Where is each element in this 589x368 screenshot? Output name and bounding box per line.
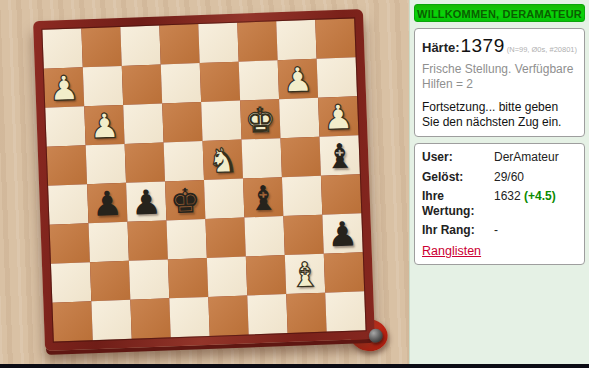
piece-black-king-d4[interactable]: ♚ bbox=[165, 180, 205, 220]
difficulty-label: Härte: bbox=[422, 40, 460, 55]
square-g8[interactable] bbox=[276, 20, 316, 60]
piece-white-pawn-b6[interactable]: ♟ bbox=[84, 105, 124, 145]
rating-delta: (+4.5) bbox=[524, 189, 556, 203]
square-d8[interactable] bbox=[159, 24, 199, 64]
piece-black-pawn-c4[interactable]: ♟ bbox=[126, 181, 166, 221]
user-value: DerAmateur bbox=[494, 150, 577, 164]
welcome-banner-text: WILLKOMMEN, DERAMATEUR bbox=[417, 8, 582, 20]
square-b8[interactable] bbox=[81, 27, 121, 67]
square-h6[interactable]: ♟ bbox=[318, 96, 358, 136]
square-g4[interactable] bbox=[282, 176, 322, 216]
square-g2[interactable]: ♝ bbox=[285, 254, 325, 294]
square-h5[interactable]: ♝ bbox=[319, 135, 359, 175]
square-f8[interactable] bbox=[237, 21, 277, 61]
square-h4[interactable] bbox=[321, 174, 361, 214]
solved-value: 29/60 bbox=[494, 170, 577, 184]
square-h2[interactable] bbox=[324, 252, 364, 292]
piece-black-bishop-h5[interactable]: ♝ bbox=[319, 135, 359, 175]
square-h3[interactable]: ♟ bbox=[322, 213, 362, 253]
rank-link-row: Ranglisten bbox=[422, 244, 577, 258]
square-d6[interactable] bbox=[162, 102, 202, 142]
app-background: ♟♟♟♚♟♞♝♟♟♚♝♟♝ WILLKOMMEN, DERAMATEUR Här… bbox=[0, 0, 589, 368]
square-e6[interactable] bbox=[201, 101, 241, 141]
square-f5[interactable] bbox=[242, 138, 282, 178]
square-g1[interactable] bbox=[286, 293, 326, 333]
ranglisten-link[interactable]: Ranglisten bbox=[422, 244, 481, 258]
square-a4[interactable] bbox=[48, 184, 88, 224]
square-b7[interactable] bbox=[83, 66, 123, 106]
piece-white-king-f6[interactable]: ♚ bbox=[240, 99, 280, 139]
user-stats-grid: User: DerAmateur Gelöst: 29/60 Ihre Wert… bbox=[422, 150, 577, 237]
square-d4[interactable]: ♚ bbox=[165, 180, 205, 220]
square-c1[interactable] bbox=[130, 298, 170, 338]
welcome-banner: WILLKOMMEN, DERAMATEUR bbox=[414, 4, 585, 22]
square-a2[interactable] bbox=[51, 262, 91, 302]
square-a8[interactable] bbox=[42, 28, 82, 68]
square-a6[interactable] bbox=[45, 106, 85, 146]
square-e4[interactable] bbox=[204, 179, 244, 219]
user-label: User: bbox=[422, 150, 492, 164]
piece-white-knight-e5[interactable]: ♞ bbox=[203, 140, 243, 180]
square-b6[interactable]: ♟ bbox=[84, 105, 124, 145]
square-b2[interactable] bbox=[90, 261, 130, 301]
square-b4[interactable]: ♟ bbox=[87, 183, 127, 223]
square-b5[interactable] bbox=[86, 144, 126, 184]
rating-value: 1632 (+4.5) bbox=[494, 189, 577, 218]
user-info-box: User: DerAmateur Gelöst: 29/60 Ihre Wert… bbox=[414, 143, 585, 265]
rating-label: Ihre Wertung: bbox=[422, 189, 492, 218]
square-c4[interactable]: ♟ bbox=[126, 181, 166, 221]
square-g6[interactable] bbox=[279, 98, 319, 138]
square-a3[interactable] bbox=[50, 223, 90, 263]
rank-label: Ihr Rang: bbox=[422, 223, 492, 237]
difficulty-value: 1379 bbox=[460, 35, 504, 57]
square-a1[interactable] bbox=[52, 301, 92, 341]
square-g3[interactable] bbox=[283, 215, 323, 255]
puzzle-status-text: Frische Stellung. Verfügbare Hilfen = 2 bbox=[422, 62, 577, 93]
square-f2[interactable] bbox=[246, 255, 286, 295]
square-a5[interactable] bbox=[47, 145, 87, 185]
piece-white-pawn-h6[interactable]: ♟ bbox=[318, 96, 358, 136]
piece-black-pawn-h3[interactable]: ♟ bbox=[322, 213, 362, 253]
square-h1[interactable] bbox=[325, 291, 365, 331]
square-g7[interactable]: ♟ bbox=[278, 59, 318, 99]
square-d5[interactable] bbox=[164, 141, 204, 181]
solved-label: Gelöst: bbox=[422, 170, 492, 184]
square-d3[interactable] bbox=[166, 219, 206, 259]
piece-white-bishop-g2[interactable]: ♝ bbox=[285, 254, 325, 294]
square-f3[interactable] bbox=[244, 216, 284, 256]
square-b1[interactable] bbox=[91, 300, 131, 340]
square-e3[interactable] bbox=[205, 218, 245, 258]
square-e7[interactable] bbox=[200, 62, 240, 102]
rating-number: 1632 bbox=[494, 189, 524, 203]
bottom-border bbox=[0, 364, 589, 368]
square-b3[interactable] bbox=[89, 222, 129, 262]
square-c3[interactable] bbox=[127, 220, 167, 260]
board-frame: ♟♟♟♚♟♞♝♟♟♚♝♟♝ bbox=[33, 9, 375, 351]
square-c5[interactable] bbox=[125, 142, 165, 182]
square-h8[interactable] bbox=[315, 18, 355, 58]
square-d7[interactable] bbox=[161, 63, 201, 103]
square-e5[interactable]: ♞ bbox=[203, 140, 243, 180]
square-f6[interactable]: ♚ bbox=[240, 99, 280, 139]
difficulty-row: Härte: 1379 (N=99, Ø0s, #20801) bbox=[422, 35, 577, 57]
chess-board-outer: ♟♟♟♚♟♞♝♟♟♚♝♟♝ bbox=[33, 9, 375, 351]
board: ♟♟♟♚♟♞♝♟♟♚♝♟♝ bbox=[42, 18, 365, 341]
square-f1[interactable] bbox=[247, 294, 287, 334]
square-e1[interactable] bbox=[208, 295, 248, 335]
square-d1[interactable] bbox=[169, 297, 209, 337]
piece-white-pawn-a7[interactable]: ♟ bbox=[44, 67, 84, 107]
square-f7[interactable] bbox=[239, 60, 279, 100]
square-h7[interactable] bbox=[317, 57, 357, 97]
square-g5[interactable] bbox=[281, 137, 321, 177]
square-c8[interactable] bbox=[120, 26, 160, 66]
square-e2[interactable] bbox=[207, 257, 247, 297]
puzzle-prompt-text: Fortsetzung... bitte geben Sie den nächs… bbox=[422, 100, 577, 131]
piece-white-pawn-g7[interactable]: ♟ bbox=[278, 59, 318, 99]
piece-black-bishop-f4[interactable]: ♝ bbox=[243, 177, 283, 217]
square-e8[interactable] bbox=[198, 23, 238, 63]
square-c2[interactable] bbox=[129, 259, 169, 299]
piece-black-pawn-b4[interactable]: ♟ bbox=[87, 183, 127, 223]
rank-value: - bbox=[494, 223, 577, 237]
square-c6[interactable] bbox=[123, 103, 163, 143]
square-c7[interactable] bbox=[122, 65, 162, 105]
sidebar-panel: WILLKOMMEN, DERAMATEUR Härte: 1379 (N=99… bbox=[409, 0, 589, 364]
difficulty-stats: (N=99, Ø0s, #20801) bbox=[507, 45, 577, 54]
puzzle-info-box: Härte: 1379 (N=99, Ø0s, #20801) Frische … bbox=[414, 28, 585, 137]
square-a7[interactable]: ♟ bbox=[44, 67, 84, 107]
square-d2[interactable] bbox=[168, 258, 208, 298]
square-f4[interactable]: ♝ bbox=[243, 177, 283, 217]
